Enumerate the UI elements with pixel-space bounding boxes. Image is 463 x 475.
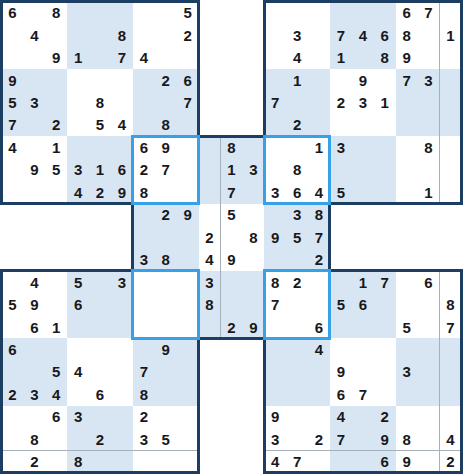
sudoku-cell-empty[interactable] bbox=[286, 361, 309, 384]
sudoku-cell-empty[interactable] bbox=[440, 383, 463, 406]
sudoku-cell-given[interactable]: 5 bbox=[155, 428, 178, 451]
sudoku-cell-empty[interactable] bbox=[440, 91, 463, 114]
sudoku-cell-empty[interactable] bbox=[155, 271, 178, 294]
sudoku-cell-given[interactable]: 4 bbox=[23, 271, 46, 294]
sudoku-cell-given[interactable]: 4 bbox=[111, 114, 134, 137]
sudoku-cell-empty[interactable] bbox=[286, 428, 309, 451]
sudoku-cell-empty[interactable] bbox=[133, 24, 156, 47]
sudoku-cell-empty[interactable] bbox=[308, 406, 331, 429]
sudoku-cell-empty[interactable] bbox=[89, 69, 112, 92]
sudoku-cell-given[interactable]: 7 bbox=[440, 316, 463, 339]
sudoku-cell-empty[interactable] bbox=[374, 136, 397, 159]
sudoku-cell-given[interactable]: 2 bbox=[155, 204, 178, 227]
sudoku-cell-given[interactable]: 3 bbox=[330, 136, 353, 159]
sudoku-cell-empty[interactable] bbox=[264, 338, 287, 361]
sudoku-cell-empty[interactable] bbox=[330, 2, 353, 25]
sudoku-cell-empty[interactable] bbox=[308, 383, 331, 406]
sudoku-cell-empty[interactable] bbox=[133, 316, 156, 339]
sudoku-cell-empty[interactable] bbox=[352, 406, 375, 429]
sudoku-cell-empty[interactable] bbox=[440, 69, 463, 92]
sudoku-cell-empty[interactable] bbox=[89, 46, 112, 69]
sudoku-cell-given[interactable]: 2 bbox=[89, 428, 112, 451]
sudoku-cell-given[interactable]: 6 bbox=[308, 316, 331, 339]
sudoku-cell-given[interactable]: 8 bbox=[155, 114, 178, 137]
sudoku-cell-given[interactable]: 7 bbox=[374, 271, 397, 294]
sudoku-cell-empty[interactable] bbox=[23, 338, 46, 361]
sudoku-cell-empty[interactable] bbox=[418, 159, 441, 182]
sudoku-cell-empty[interactable] bbox=[89, 338, 112, 361]
sudoku-cell-empty[interactable] bbox=[111, 69, 134, 92]
sudoku-cell-given[interactable]: 4 bbox=[330, 406, 353, 429]
sudoku-cell-empty[interactable] bbox=[396, 271, 419, 294]
sudoku-cell-empty[interactable] bbox=[2, 316, 25, 339]
sudoku-cell-given[interactable]: 8 bbox=[45, 2, 68, 25]
sudoku-cell-given[interactable]: 1 bbox=[418, 181, 441, 204]
sudoku-cell-given[interactable]: 8 bbox=[133, 383, 156, 406]
sudoku-cell-empty[interactable] bbox=[111, 406, 134, 429]
sudoku-cell-given[interactable]: 2 bbox=[308, 248, 331, 271]
sudoku-cell-given[interactable]: 7 bbox=[155, 159, 178, 182]
sudoku-cell-given[interactable]: 8 bbox=[221, 136, 244, 159]
sudoku-cell-empty[interactable] bbox=[418, 338, 441, 361]
sudoku-cell-empty[interactable] bbox=[242, 181, 265, 204]
sudoku-cell-given[interactable]: 3 bbox=[242, 159, 265, 182]
sudoku-cell-empty[interactable] bbox=[330, 338, 353, 361]
sudoku-cell-empty[interactable] bbox=[111, 91, 134, 114]
sudoku-cell-empty[interactable] bbox=[352, 46, 375, 69]
sudoku-cell-empty[interactable] bbox=[23, 361, 46, 384]
sudoku-cell-given[interactable]: 4 bbox=[440, 428, 463, 451]
sudoku-cell-empty[interactable] bbox=[352, 159, 375, 182]
sudoku-cell-empty[interactable] bbox=[374, 293, 397, 316]
sudoku-cell-given[interactable]: 7 bbox=[111, 46, 134, 69]
sudoku-cell-given[interactable]: 3 bbox=[67, 159, 90, 182]
sudoku-cell-empty[interactable] bbox=[23, 46, 46, 69]
sudoku-cell-empty[interactable] bbox=[352, 316, 375, 339]
sudoku-cell-empty[interactable] bbox=[2, 271, 25, 294]
sudoku-cell-given[interactable]: 7 bbox=[177, 91, 200, 114]
sudoku-cell-empty[interactable] bbox=[2, 428, 25, 451]
sudoku-cell-empty[interactable] bbox=[286, 136, 309, 159]
sudoku-cell-given[interactable]: 8 bbox=[374, 46, 397, 69]
sudoku-cell-empty[interactable] bbox=[396, 338, 419, 361]
sudoku-cell-empty[interactable] bbox=[155, 316, 178, 339]
sudoku-cell-empty[interactable] bbox=[440, 361, 463, 384]
sudoku-cell-empty[interactable] bbox=[286, 2, 309, 25]
sudoku-cell-empty[interactable] bbox=[418, 451, 441, 474]
sudoku-cell-given[interactable]: 9 bbox=[177, 204, 200, 227]
sudoku-cell-given[interactable]: 9 bbox=[155, 338, 178, 361]
sudoku-cell-empty[interactable] bbox=[352, 2, 375, 25]
sudoku-cell-empty[interactable] bbox=[242, 293, 265, 316]
sudoku-cell-given[interactable]: 2 bbox=[374, 406, 397, 429]
sudoku-cell-empty[interactable] bbox=[396, 293, 419, 316]
sudoku-cell-empty[interactable] bbox=[352, 428, 375, 451]
sudoku-cell-empty[interactable] bbox=[2, 406, 25, 429]
sudoku-cell-given[interactable]: 3 bbox=[286, 24, 309, 47]
sudoku-cell-empty[interactable] bbox=[308, 451, 331, 474]
sudoku-cell-empty[interactable] bbox=[177, 46, 200, 69]
sudoku-cell-empty[interactable] bbox=[177, 338, 200, 361]
sudoku-cell-empty[interactable] bbox=[396, 91, 419, 114]
sudoku-cell-given[interactable]: 6 bbox=[111, 159, 134, 182]
sudoku-cell-given[interactable]: 9 bbox=[155, 136, 178, 159]
sudoku-cell-given[interactable]: 6 bbox=[133, 136, 156, 159]
sudoku-cell-empty[interactable] bbox=[352, 361, 375, 384]
sudoku-cell-given[interactable]: 2 bbox=[45, 114, 68, 137]
sudoku-cell-given[interactable]: 7 bbox=[330, 428, 353, 451]
sudoku-cell-empty[interactable] bbox=[89, 361, 112, 384]
sudoku-cell-given[interactable]: 7 bbox=[221, 181, 244, 204]
sudoku-cell-given[interactable]: 1 bbox=[286, 69, 309, 92]
sudoku-cell-empty[interactable] bbox=[396, 383, 419, 406]
sudoku-cell-given[interactable]: 5 bbox=[177, 2, 200, 25]
sudoku-cell-empty[interactable] bbox=[374, 114, 397, 137]
sudoku-cell-empty[interactable] bbox=[418, 361, 441, 384]
sudoku-cell-empty[interactable] bbox=[264, 159, 287, 182]
sudoku-cell-given[interactable]: 3 bbox=[23, 383, 46, 406]
sudoku-cell-given[interactable]: 2 bbox=[177, 24, 200, 47]
sudoku-cell-empty[interactable] bbox=[111, 383, 134, 406]
sudoku-cell-empty[interactable] bbox=[286, 91, 309, 114]
sudoku-cell-given[interactable]: 6 bbox=[45, 406, 68, 429]
sudoku-cell-given[interactable]: 8 bbox=[67, 451, 90, 474]
sudoku-cell-given[interactable]: 9 bbox=[396, 46, 419, 69]
sudoku-cell-empty[interactable] bbox=[67, 338, 90, 361]
sudoku-cell-empty[interactable] bbox=[286, 293, 309, 316]
sudoku-cell-given[interactable]: 3 bbox=[111, 271, 134, 294]
sudoku-cell-given[interactable]: 7 bbox=[396, 69, 419, 92]
sudoku-cell-given[interactable]: 5 bbox=[396, 316, 419, 339]
sudoku-cell-empty[interactable] bbox=[155, 383, 178, 406]
sudoku-cell-given[interactable]: 9 bbox=[242, 316, 265, 339]
sudoku-cell-empty[interactable] bbox=[308, 159, 331, 182]
sudoku-cell-given[interactable]: 7 bbox=[264, 91, 287, 114]
sudoku-cell-given[interactable]: 8 bbox=[418, 136, 441, 159]
sudoku-cell-given[interactable]: 5 bbox=[45, 159, 68, 182]
sudoku-cell-empty[interactable] bbox=[89, 2, 112, 25]
sudoku-cell-empty[interactable] bbox=[155, 91, 178, 114]
sudoku-cell-empty[interactable] bbox=[23, 406, 46, 429]
sudoku-cell-given[interactable]: 3 bbox=[23, 91, 46, 114]
sudoku-cell-empty[interactable] bbox=[111, 338, 134, 361]
sudoku-cell-empty[interactable] bbox=[440, 406, 463, 429]
sudoku-cell-given[interactable]: 1 bbox=[440, 24, 463, 47]
sudoku-cell-given[interactable]: 6 bbox=[396, 2, 419, 25]
sudoku-cell-empty[interactable] bbox=[133, 451, 156, 474]
sudoku-cell-given[interactable]: 6 bbox=[418, 271, 441, 294]
sudoku-cell-empty[interactable] bbox=[440, 136, 463, 159]
sudoku-cell-empty[interactable] bbox=[308, 271, 331, 294]
sudoku-cell-empty[interactable] bbox=[177, 159, 200, 182]
sudoku-cell-given[interactable]: 2 bbox=[308, 428, 331, 451]
sudoku-cell-given[interactable]: 7 bbox=[418, 2, 441, 25]
sudoku-cell-given[interactable]: 2 bbox=[89, 181, 112, 204]
sudoku-cell-given[interactable]: 5 bbox=[2, 91, 25, 114]
sudoku-cell-given[interactable]: 6 bbox=[2, 2, 25, 25]
sudoku-cell-given[interactable]: 9 bbox=[396, 451, 419, 474]
sudoku-cell-given[interactable]: 2 bbox=[2, 383, 25, 406]
sudoku-cell-empty[interactable] bbox=[440, 114, 463, 137]
sudoku-cell-empty[interactable] bbox=[133, 204, 156, 227]
sudoku-cell-empty[interactable] bbox=[221, 226, 244, 249]
sudoku-cell-given[interactable]: 6 bbox=[374, 451, 397, 474]
sudoku-cell-given[interactable]: 9 bbox=[264, 406, 287, 429]
sudoku-cell-given[interactable]: 4 bbox=[23, 24, 46, 47]
sudoku-cell-empty[interactable] bbox=[111, 451, 134, 474]
sudoku-cell-empty[interactable] bbox=[396, 406, 419, 429]
sudoku-cell-empty[interactable] bbox=[177, 383, 200, 406]
sudoku-cell-given[interactable]: 1 bbox=[45, 136, 68, 159]
sudoku-cell-given[interactable]: 9 bbox=[264, 226, 287, 249]
sudoku-cell-given[interactable]: 2 bbox=[286, 114, 309, 137]
sudoku-cell-empty[interactable] bbox=[374, 69, 397, 92]
sudoku-cell-given[interactable]: 6 bbox=[2, 338, 25, 361]
sudoku-cell-given[interactable]: 4 bbox=[133, 46, 156, 69]
sudoku-cell-given[interactable]: 4 bbox=[308, 181, 331, 204]
sudoku-cell-empty[interactable] bbox=[177, 316, 200, 339]
sudoku-cell-given[interactable]: 1 bbox=[352, 271, 375, 294]
sudoku-cell-empty[interactable] bbox=[264, 204, 287, 227]
sudoku-cell-empty[interactable] bbox=[352, 136, 375, 159]
sudoku-cell-empty[interactable] bbox=[67, 69, 90, 92]
sudoku-cell-empty[interactable] bbox=[352, 181, 375, 204]
sudoku-cell-empty[interactable] bbox=[418, 91, 441, 114]
sudoku-cell-empty[interactable] bbox=[133, 271, 156, 294]
sudoku-cell-given[interactable]: 8 bbox=[396, 428, 419, 451]
sudoku-cell-empty[interactable] bbox=[89, 406, 112, 429]
sudoku-cell-given[interactable]: 1 bbox=[45, 316, 68, 339]
sudoku-cell-given[interactable]: 8 bbox=[264, 271, 287, 294]
sudoku-cell-empty[interactable] bbox=[177, 114, 200, 137]
sudoku-cell-empty[interactable] bbox=[330, 69, 353, 92]
sudoku-cell-given[interactable]: 8 bbox=[242, 226, 265, 249]
sudoku-cell-empty[interactable] bbox=[264, 136, 287, 159]
sudoku-cell-given[interactable]: 3 bbox=[396, 361, 419, 384]
sudoku-cell-given[interactable]: 3 bbox=[133, 428, 156, 451]
sudoku-cell-empty[interactable] bbox=[2, 361, 25, 384]
sudoku-cell-empty[interactable] bbox=[308, 46, 331, 69]
sudoku-cell-empty[interactable] bbox=[2, 181, 25, 204]
sudoku-cell-given[interactable]: 2 bbox=[440, 451, 463, 474]
sudoku-cell-empty[interactable] bbox=[330, 451, 353, 474]
sudoku-cell-given[interactable]: 1 bbox=[308, 136, 331, 159]
sudoku-cell-given[interactable]: 3 bbox=[199, 271, 222, 294]
sudoku-cell-given[interactable]: 8 bbox=[89, 91, 112, 114]
sudoku-cell-empty[interactable] bbox=[374, 181, 397, 204]
sudoku-cell-given[interactable]: 6 bbox=[67, 293, 90, 316]
sudoku-cell-empty[interactable] bbox=[286, 248, 309, 271]
sudoku-cell-empty[interactable] bbox=[440, 2, 463, 25]
sudoku-cell-given[interactable]: 5 bbox=[89, 114, 112, 137]
sudoku-cell-given[interactable]: 3 bbox=[418, 69, 441, 92]
sudoku-cell-empty[interactable] bbox=[330, 114, 353, 137]
sudoku-cell-empty[interactable] bbox=[374, 316, 397, 339]
sudoku-cell-given[interactable]: 9 bbox=[23, 159, 46, 182]
sudoku-cell-empty[interactable] bbox=[2, 46, 25, 69]
sudoku-cell-given[interactable]: 4 bbox=[352, 24, 375, 47]
sudoku-cell-given[interactable]: 4 bbox=[199, 248, 222, 271]
sudoku-cell-given[interactable]: 4 bbox=[67, 181, 90, 204]
sudoku-cell-given[interactable]: 5 bbox=[286, 226, 309, 249]
sudoku-cell-empty[interactable] bbox=[374, 2, 397, 25]
sudoku-cell-empty[interactable] bbox=[242, 248, 265, 271]
sudoku-cell-empty[interactable] bbox=[89, 24, 112, 47]
sudoku-cell-empty[interactable] bbox=[89, 451, 112, 474]
sudoku-cell-empty[interactable] bbox=[67, 136, 90, 159]
sudoku-cell-given[interactable]: 7 bbox=[330, 24, 353, 47]
sudoku-cell-empty[interactable] bbox=[308, 69, 331, 92]
sudoku-cell-empty[interactable] bbox=[308, 114, 331, 137]
sudoku-cell-empty[interactable] bbox=[67, 383, 90, 406]
sudoku-cell-empty[interactable] bbox=[155, 24, 178, 47]
sudoku-cell-empty[interactable] bbox=[111, 136, 134, 159]
sudoku-cell-empty[interactable] bbox=[440, 338, 463, 361]
sudoku-cell-given[interactable]: 2 bbox=[199, 226, 222, 249]
sudoku-cell-given[interactable]: 5 bbox=[221, 204, 244, 227]
sudoku-cell-empty[interactable] bbox=[440, 271, 463, 294]
sudoku-cell-given[interactable]: 7 bbox=[286, 451, 309, 474]
sudoku-cell-given[interactable]: 7 bbox=[308, 226, 331, 249]
sudoku-cell-given[interactable]: 6 bbox=[177, 69, 200, 92]
sudoku-cell-empty[interactable] bbox=[67, 24, 90, 47]
sudoku-cell-given[interactable]: 7 bbox=[264, 293, 287, 316]
sudoku-cell-empty[interactable] bbox=[418, 114, 441, 137]
sudoku-cell-empty[interactable] bbox=[330, 271, 353, 294]
sudoku-cell-given[interactable]: 1 bbox=[221, 159, 244, 182]
sudoku-cell-empty[interactable] bbox=[111, 428, 134, 451]
sudoku-cell-empty[interactable] bbox=[111, 293, 134, 316]
sudoku-cell-empty[interactable] bbox=[67, 316, 90, 339]
sudoku-cell-given[interactable]: 1 bbox=[67, 46, 90, 69]
sudoku-cell-empty[interactable] bbox=[264, 24, 287, 47]
sudoku-cell-empty[interactable] bbox=[45, 338, 68, 361]
sudoku-cell-empty[interactable] bbox=[264, 248, 287, 271]
sudoku-cell-empty[interactable] bbox=[111, 316, 134, 339]
sudoku-cell-empty[interactable] bbox=[418, 24, 441, 47]
sudoku-cell-empty[interactable] bbox=[133, 338, 156, 361]
sudoku-cell-empty[interactable] bbox=[133, 2, 156, 25]
sudoku-cell-empty[interactable] bbox=[440, 181, 463, 204]
sudoku-cell-empty[interactable] bbox=[308, 293, 331, 316]
sudoku-cell-empty[interactable] bbox=[242, 271, 265, 294]
sudoku-cell-empty[interactable] bbox=[199, 181, 222, 204]
sudoku-cell-empty[interactable] bbox=[330, 316, 353, 339]
sudoku-cell-given[interactable]: 7 bbox=[2, 114, 25, 137]
sudoku-cell-given[interactable]: 6 bbox=[330, 383, 353, 406]
sudoku-cell-given[interactable]: 3 bbox=[264, 428, 287, 451]
sudoku-cell-given[interactable]: 4 bbox=[2, 136, 25, 159]
sudoku-cell-empty[interactable] bbox=[89, 293, 112, 316]
sudoku-cell-empty[interactable] bbox=[45, 69, 68, 92]
sudoku-cell-empty[interactable] bbox=[23, 69, 46, 92]
sudoku-cell-empty[interactable] bbox=[45, 451, 68, 474]
sudoku-cell-empty[interactable] bbox=[396, 136, 419, 159]
sudoku-cell-given[interactable]: 6 bbox=[89, 383, 112, 406]
sudoku-cell-empty[interactable] bbox=[396, 114, 419, 137]
sudoku-cell-empty[interactable] bbox=[330, 159, 353, 182]
sudoku-cell-given[interactable]: 9 bbox=[45, 46, 68, 69]
sudoku-cell-given[interactable]: 9 bbox=[330, 361, 353, 384]
sudoku-cell-empty[interactable] bbox=[374, 338, 397, 361]
sudoku-cell-empty[interactable] bbox=[264, 316, 287, 339]
sudoku-cell-empty[interactable] bbox=[177, 226, 200, 249]
sudoku-cell-empty[interactable] bbox=[111, 2, 134, 25]
sudoku-cell-empty[interactable] bbox=[133, 69, 156, 92]
sudoku-cell-empty[interactable] bbox=[199, 136, 222, 159]
sudoku-cell-empty[interactable] bbox=[264, 69, 287, 92]
sudoku-cell-empty[interactable] bbox=[418, 46, 441, 69]
sudoku-cell-given[interactable]: 4 bbox=[67, 361, 90, 384]
sudoku-cell-empty[interactable] bbox=[133, 91, 156, 114]
sudoku-cell-empty[interactable] bbox=[2, 24, 25, 47]
sudoku-cell-given[interactable]: 8 bbox=[155, 248, 178, 271]
sudoku-cell-empty[interactable] bbox=[45, 271, 68, 294]
sudoku-cell-given[interactable]: 2 bbox=[221, 316, 244, 339]
sudoku-cell-empty[interactable] bbox=[418, 428, 441, 451]
sudoku-cell-empty[interactable] bbox=[177, 271, 200, 294]
sudoku-cell-given[interactable]: 6 bbox=[286, 181, 309, 204]
sudoku-cell-empty[interactable] bbox=[155, 293, 178, 316]
sudoku-cell-empty[interactable] bbox=[396, 181, 419, 204]
sudoku-cell-empty[interactable] bbox=[67, 428, 90, 451]
sudoku-cell-empty[interactable] bbox=[418, 406, 441, 429]
sudoku-cell-empty[interactable] bbox=[352, 338, 375, 361]
sudoku-cell-given[interactable]: 9 bbox=[2, 69, 25, 92]
sudoku-cell-given[interactable]: 6 bbox=[352, 293, 375, 316]
sudoku-cell-given[interactable]: 3 bbox=[67, 406, 90, 429]
sudoku-cell-empty[interactable] bbox=[242, 136, 265, 159]
sudoku-cell-empty[interactable] bbox=[440, 46, 463, 69]
sudoku-cell-given[interactable]: 9 bbox=[221, 248, 244, 271]
sudoku-cell-empty[interactable] bbox=[396, 159, 419, 182]
sudoku-cell-empty[interactable] bbox=[177, 136, 200, 159]
sudoku-cell-given[interactable]: 6 bbox=[374, 24, 397, 47]
sudoku-cell-empty[interactable] bbox=[177, 451, 200, 474]
sudoku-cell-empty[interactable] bbox=[133, 226, 156, 249]
sudoku-cell-empty[interactable] bbox=[133, 293, 156, 316]
sudoku-cell-empty[interactable] bbox=[67, 91, 90, 114]
sudoku-cell-given[interactable]: 2 bbox=[286, 271, 309, 294]
sudoku-cell-given[interactable]: 9 bbox=[23, 293, 46, 316]
sudoku-cell-given[interactable]: 3 bbox=[133, 248, 156, 271]
sudoku-cell-empty[interactable] bbox=[199, 204, 222, 227]
sudoku-cell-empty[interactable] bbox=[264, 361, 287, 384]
sudoku-cell-empty[interactable] bbox=[155, 226, 178, 249]
sudoku-cell-empty[interactable] bbox=[264, 383, 287, 406]
sudoku-cell-given[interactable]: 5 bbox=[330, 181, 353, 204]
sudoku-cell-empty[interactable] bbox=[23, 136, 46, 159]
sudoku-cell-empty[interactable] bbox=[177, 293, 200, 316]
sudoku-cell-given[interactable]: 4 bbox=[264, 451, 287, 474]
sudoku-cell-given[interactable]: 5 bbox=[330, 293, 353, 316]
sudoku-cell-given[interactable]: 7 bbox=[133, 361, 156, 384]
sudoku-cell-given[interactable]: 2 bbox=[155, 69, 178, 92]
sudoku-cell-empty[interactable] bbox=[440, 159, 463, 182]
sudoku-cell-empty[interactable] bbox=[286, 316, 309, 339]
sudoku-cell-empty[interactable] bbox=[67, 2, 90, 25]
sudoku-cell-given[interactable]: 9 bbox=[352, 69, 375, 92]
sudoku-cell-empty[interactable] bbox=[418, 316, 441, 339]
sudoku-cell-empty[interactable] bbox=[199, 159, 222, 182]
sudoku-cell-given[interactable]: 5 bbox=[2, 293, 25, 316]
sudoku-cell-empty[interactable] bbox=[23, 181, 46, 204]
sudoku-cell-given[interactable]: 5 bbox=[67, 271, 90, 294]
sudoku-cell-given[interactable]: 5 bbox=[45, 361, 68, 384]
sudoku-cell-empty[interactable] bbox=[286, 406, 309, 429]
sudoku-cell-empty[interactable] bbox=[418, 293, 441, 316]
sudoku-cell-empty[interactable] bbox=[177, 428, 200, 451]
